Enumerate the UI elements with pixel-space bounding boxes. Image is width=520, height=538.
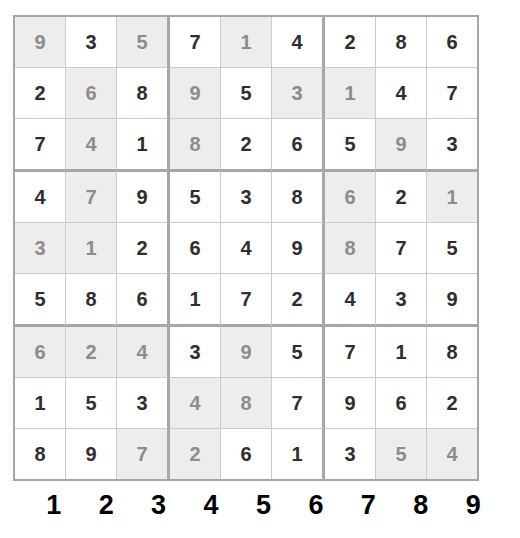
cell-r2c7[interactable]: 1 [325, 68, 376, 119]
cell-r2c2[interactable]: 6 [66, 68, 117, 119]
cell-r9c7[interactable]: 3 [325, 429, 376, 479]
column-label-4: 4 [184, 490, 236, 520]
cell-r7c4[interactable]: 3 [170, 327, 221, 378]
column-label-9: 9 [447, 490, 499, 520]
cell-r4c3[interactable]: 9 [117, 172, 170, 223]
cell-r8c3[interactable]: 3 [117, 378, 170, 429]
column-label-7: 7 [342, 490, 394, 520]
cell-r2c6[interactable]: 3 [272, 68, 325, 119]
cell-r8c6[interactable]: 7 [272, 378, 325, 429]
cell-r2c5[interactable]: 5 [221, 68, 272, 119]
cell-r5c5[interactable]: 4 [221, 223, 272, 274]
column-label-8: 8 [394, 490, 446, 520]
cell-r9c6[interactable]: 1 [272, 429, 325, 479]
sudoku-board: 9357142862689531477418265934795386213126… [13, 15, 479, 481]
cell-r2c3[interactable]: 8 [117, 68, 170, 119]
cell-r3c5[interactable]: 2 [221, 119, 272, 172]
cell-r1c5[interactable]: 1 [221, 17, 272, 68]
cell-r8c1[interactable]: 1 [15, 378, 66, 429]
cell-r9c5[interactable]: 6 [221, 429, 272, 479]
cell-r1c3[interactable]: 5 [117, 17, 170, 68]
cell-r7c1[interactable]: 6 [15, 327, 66, 378]
cell-r5c4[interactable]: 6 [170, 223, 221, 274]
cell-r6c6[interactable]: 2 [272, 274, 325, 327]
cell-r4c6[interactable]: 8 [272, 172, 325, 223]
cell-r1c4[interactable]: 7 [170, 17, 221, 68]
cell-r3c1[interactable]: 7 [15, 119, 66, 172]
cell-r6c8[interactable]: 3 [376, 274, 427, 327]
cell-r6c2[interactable]: 8 [66, 274, 117, 327]
cell-r2c8[interactable]: 4 [376, 68, 427, 119]
cell-r7c2[interactable]: 2 [66, 327, 117, 378]
cell-r5c7[interactable]: 8 [325, 223, 376, 274]
cell-r4c2[interactable]: 7 [66, 172, 117, 223]
cell-r6c1[interactable]: 5 [15, 274, 66, 327]
column-label-1: 1 [27, 490, 79, 520]
cell-r5c6[interactable]: 9 [272, 223, 325, 274]
cell-r2c9[interactable]: 7 [427, 68, 477, 119]
cell-r7c5[interactable]: 9 [221, 327, 272, 378]
cell-r4c1[interactable]: 4 [15, 172, 66, 223]
cell-r4c7[interactable]: 6 [325, 172, 376, 223]
cell-r2c1[interactable]: 2 [15, 68, 66, 119]
cell-r6c4[interactable]: 1 [170, 274, 221, 327]
column-label-3: 3 [132, 490, 184, 520]
cell-r7c6[interactable]: 5 [272, 327, 325, 378]
cell-r4c8[interactable]: 2 [376, 172, 427, 223]
cell-r8c5[interactable]: 8 [221, 378, 272, 429]
cell-r8c9[interactable]: 2 [427, 378, 477, 429]
cell-r3c6[interactable]: 6 [272, 119, 325, 172]
cell-r8c4[interactable]: 4 [170, 378, 221, 429]
cell-r8c7[interactable]: 9 [325, 378, 376, 429]
cell-r3c7[interactable]: 5 [325, 119, 376, 172]
column-label-6: 6 [289, 490, 341, 520]
cell-r5c8[interactable]: 7 [376, 223, 427, 274]
cell-r5c9[interactable]: 5 [427, 223, 477, 274]
column-label-5: 5 [237, 490, 289, 520]
cell-r5c3[interactable]: 2 [117, 223, 170, 274]
cell-r1c8[interactable]: 8 [376, 17, 427, 68]
cell-r3c8[interactable]: 9 [376, 119, 427, 172]
cell-r3c9[interactable]: 3 [427, 119, 477, 172]
cell-r3c4[interactable]: 8 [170, 119, 221, 172]
cell-r1c6[interactable]: 4 [272, 17, 325, 68]
cell-r4c5[interactable]: 3 [221, 172, 272, 223]
column-label-2: 2 [79, 490, 131, 520]
cell-r9c3[interactable]: 7 [117, 429, 170, 479]
cell-r1c7[interactable]: 2 [325, 17, 376, 68]
cell-r3c3[interactable]: 1 [117, 119, 170, 172]
cell-r1c1[interactable]: 9 [15, 17, 66, 68]
cell-r1c2[interactable]: 3 [66, 17, 117, 68]
cell-r7c9[interactable]: 8 [427, 327, 477, 378]
cell-r6c9[interactable]: 9 [427, 274, 477, 327]
cell-r6c5[interactable]: 7 [221, 274, 272, 327]
cell-r9c4[interactable]: 2 [170, 429, 221, 479]
column-labels: 123456789 [27, 490, 499, 520]
cell-r7c7[interactable]: 7 [325, 327, 376, 378]
cell-r8c2[interactable]: 5 [66, 378, 117, 429]
cell-r1c9[interactable]: 6 [427, 17, 477, 68]
cell-r7c3[interactable]: 4 [117, 327, 170, 378]
cell-r9c1[interactable]: 8 [15, 429, 66, 479]
cell-r9c9[interactable]: 4 [427, 429, 477, 479]
cell-r5c1[interactable]: 3 [15, 223, 66, 274]
cell-r9c2[interactable]: 9 [66, 429, 117, 479]
cell-r4c4[interactable]: 5 [170, 172, 221, 223]
cell-r5c2[interactable]: 1 [66, 223, 117, 274]
cell-r8c8[interactable]: 6 [376, 378, 427, 429]
cell-r3c2[interactable]: 4 [66, 119, 117, 172]
cell-r4c9[interactable]: 1 [427, 172, 477, 223]
cell-r2c4[interactable]: 9 [170, 68, 221, 119]
cell-r7c8[interactable]: 1 [376, 327, 427, 378]
cell-r6c3[interactable]: 6 [117, 274, 170, 327]
cell-r6c7[interactable]: 4 [325, 274, 376, 327]
cell-r9c8[interactable]: 5 [376, 429, 427, 479]
